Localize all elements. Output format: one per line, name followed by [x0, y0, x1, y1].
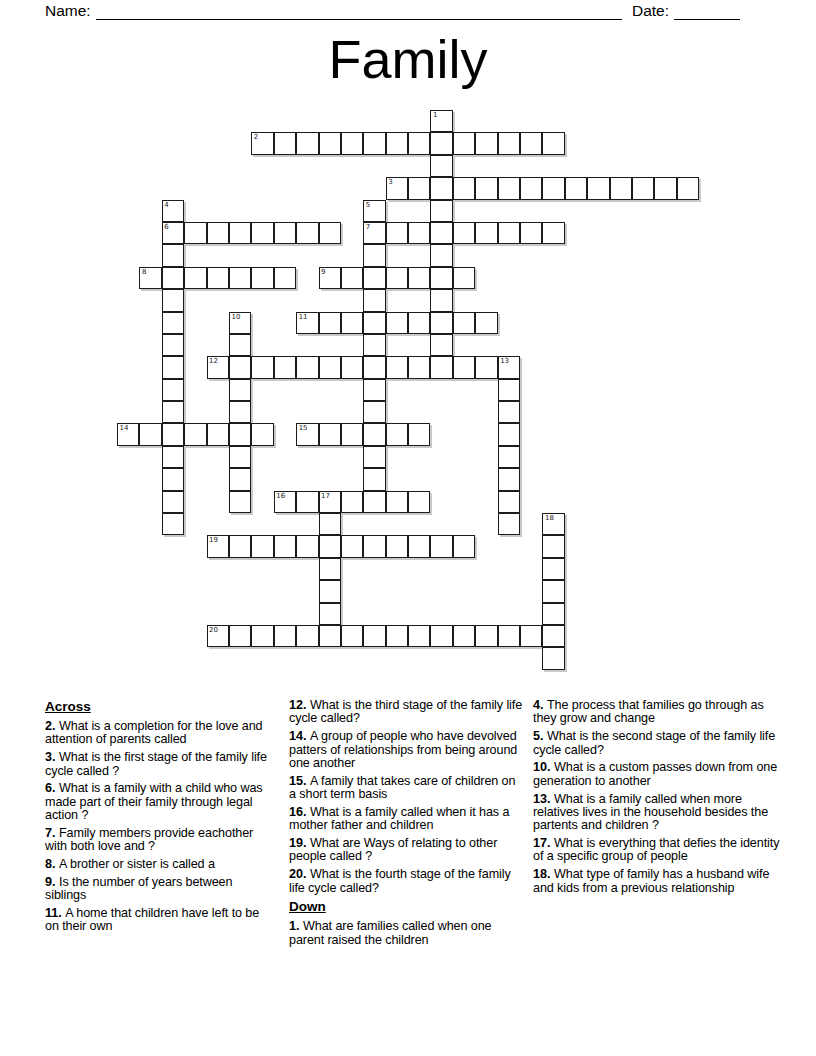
grid-cell: 9	[319, 267, 341, 289]
grid-cell	[587, 177, 609, 199]
grid-cell	[251, 625, 273, 647]
grid-cell	[341, 356, 363, 378]
grid-cell	[363, 491, 385, 513]
grid-cell: 14	[117, 423, 139, 445]
grid-cell	[498, 177, 520, 199]
grid-cell	[453, 535, 475, 557]
grid-cell	[162, 513, 184, 535]
grid-cell	[274, 222, 296, 244]
grid-cell	[162, 468, 184, 490]
grid-cell	[408, 267, 430, 289]
crossword-grid: 1234567891011121314151617181920	[117, 110, 699, 670]
grid-cell	[430, 625, 452, 647]
grid-cell	[319, 132, 341, 154]
grid-cell	[475, 625, 497, 647]
grid-cell	[386, 222, 408, 244]
grid-cell	[162, 491, 184, 513]
grid-cell	[319, 625, 341, 647]
grid-cell	[632, 177, 654, 199]
grid-cell	[408, 423, 430, 445]
grid-cell	[363, 423, 385, 445]
clue-number: 6	[164, 223, 168, 231]
clue-number: 17	[321, 492, 330, 500]
grid-cell	[408, 356, 430, 378]
grid-cell	[475, 312, 497, 334]
clue-number: 16	[276, 492, 285, 500]
grid-cell	[184, 222, 206, 244]
clue-number: 15	[299, 424, 308, 432]
grid-cell	[363, 334, 385, 356]
grid-cell	[498, 468, 520, 490]
grid-cell	[363, 401, 385, 423]
grid-cell	[251, 535, 273, 557]
grid-cell	[296, 132, 318, 154]
clue-number: 11	[299, 313, 308, 321]
clue-number: 7	[366, 223, 370, 231]
grid-cell	[296, 222, 318, 244]
grid-cell	[430, 132, 452, 154]
grid-cell	[162, 312, 184, 334]
grid-cell: 6	[162, 222, 184, 244]
clue-column-3: 4. The process that families go through …	[533, 699, 780, 952]
grid-cell	[229, 535, 251, 557]
grid-cell	[319, 513, 341, 535]
grid-cell	[498, 222, 520, 244]
grid-cell: 11	[296, 312, 318, 334]
grid-cell	[386, 312, 408, 334]
clue-number: 2	[254, 133, 258, 141]
grid-cell	[274, 356, 296, 378]
grid-cell	[386, 625, 408, 647]
grid-cell	[341, 312, 363, 334]
grid-cell	[453, 356, 475, 378]
clue-number: 14	[120, 424, 129, 432]
grid-cell	[319, 222, 341, 244]
grid-cell	[363, 379, 385, 401]
grid-cell	[408, 222, 430, 244]
grid-cell	[319, 535, 341, 557]
grid-cell	[498, 379, 520, 401]
grid-cell	[453, 222, 475, 244]
grid-cell	[319, 580, 341, 602]
clue-number: 9	[321, 268, 325, 276]
grid-cell	[296, 535, 318, 557]
grid-cell	[430, 155, 452, 177]
grid-cell	[430, 535, 452, 557]
worksheet-header: Name: Date:	[45, 2, 740, 20]
grid-cell	[296, 625, 318, 647]
grid-cell	[319, 312, 341, 334]
grid-cell	[408, 312, 430, 334]
clue-number: 3	[388, 178, 392, 186]
grid-cell	[251, 222, 273, 244]
grid-cell	[341, 535, 363, 557]
grid-cell	[229, 446, 251, 468]
grid-cell	[542, 222, 564, 244]
grid-cell	[542, 647, 564, 669]
across-clue-8: 8. A brother or sister is called a	[45, 858, 275, 871]
grid-cell	[498, 513, 520, 535]
grid-cell	[453, 625, 475, 647]
grid-cell	[520, 625, 542, 647]
grid-cell	[386, 423, 408, 445]
grid-cell	[363, 132, 385, 154]
grid-cell	[386, 535, 408, 557]
grid-cell: 1	[430, 110, 452, 132]
grid-cell	[207, 267, 229, 289]
grid-cell	[475, 132, 497, 154]
across-clue-16: 16. What is a family called when it has …	[289, 806, 523, 833]
grid-cell	[229, 491, 251, 513]
clue-column-1: Across 2. What is a completion for the l…	[45, 699, 289, 952]
grid-cell	[408, 177, 430, 199]
clue-number: 10	[231, 313, 240, 321]
grid-cell	[319, 423, 341, 445]
grid-cell: 17	[319, 491, 341, 513]
grid-cell	[498, 423, 520, 445]
grid-cell	[341, 423, 363, 445]
down-clue-1: 1. What are families called when one par…	[289, 920, 523, 947]
grid-cell	[139, 423, 161, 445]
across-clue-9: 9. Is the number of years between siblin…	[45, 876, 275, 903]
grid-cell	[363, 468, 385, 490]
across-clue-11: 11. A home that children have left to be…	[45, 907, 275, 934]
name-label: Name:	[45, 2, 91, 20]
grid-cell: 8	[139, 267, 161, 289]
grid-cell	[542, 580, 564, 602]
grid-cell	[319, 603, 341, 625]
grid-cell	[408, 535, 430, 557]
grid-cell	[453, 177, 475, 199]
grid-cell	[229, 625, 251, 647]
grid-cell: 20	[207, 625, 229, 647]
across-clue-3: 3. What is the first stage of the family…	[45, 751, 275, 778]
grid-cell	[453, 312, 475, 334]
grid-cell	[341, 132, 363, 154]
clue-column-2: 12. What is the third stage of the famil…	[289, 699, 533, 952]
clue-number: 13	[500, 357, 509, 365]
grid-cell	[430, 244, 452, 266]
across-clue-12: 12. What is the third stage of the famil…	[289, 699, 523, 726]
grid-cell	[520, 132, 542, 154]
across-clue-14: 14. A group of people who have devolved …	[289, 730, 523, 770]
grid-cell	[274, 535, 296, 557]
grid-cell: 15	[296, 423, 318, 445]
grid-cell	[251, 356, 273, 378]
grid-cell	[274, 625, 296, 647]
grid-cell	[542, 177, 564, 199]
grid-cell: 4	[162, 200, 184, 222]
grid-cell: 12	[207, 356, 229, 378]
down-clue-4: 4. The process that families go through …	[533, 699, 780, 726]
grid-cell: 7	[363, 222, 385, 244]
grid-cell	[654, 177, 676, 199]
grid-cell	[498, 132, 520, 154]
date-label: Date:	[632, 2, 669, 20]
down-clue-5: 5. What is the second stage of the famil…	[533, 730, 780, 757]
grid-cell	[363, 312, 385, 334]
grid-cell	[363, 535, 385, 557]
grid-cell	[430, 177, 452, 199]
grid-cell	[430, 289, 452, 311]
grid-cell	[162, 401, 184, 423]
grid-cell	[251, 423, 273, 445]
grid-cell	[408, 491, 430, 513]
grid-cell	[542, 603, 564, 625]
grid-cell	[162, 267, 184, 289]
grid-cell: 2	[251, 132, 273, 154]
grid-cell	[162, 379, 184, 401]
grid-cell	[430, 356, 452, 378]
grid-cell	[610, 177, 632, 199]
grid-cell	[475, 177, 497, 199]
grid-cell	[341, 625, 363, 647]
across-clue-2: 2. What is a completion for the love and…	[45, 720, 275, 747]
grid-cell: 10	[229, 312, 251, 334]
grid-cell	[386, 491, 408, 513]
grid-cell	[408, 132, 430, 154]
grid-cell: 16	[274, 491, 296, 513]
grid-cell	[475, 356, 497, 378]
across-clue-7: 7. Family members provide eachother with…	[45, 827, 275, 854]
across-clue-6: 6. What is a family with a child who was…	[45, 782, 275, 822]
grid-cell	[274, 267, 296, 289]
grid-cell	[520, 177, 542, 199]
grid-cell	[229, 401, 251, 423]
grid-cell	[386, 132, 408, 154]
grid-cell	[430, 200, 452, 222]
grid-cell	[341, 491, 363, 513]
date-blank-line	[674, 4, 740, 20]
grid-cell	[319, 356, 341, 378]
grid-cell	[162, 423, 184, 445]
grid-cell	[430, 267, 452, 289]
grid-cell	[162, 356, 184, 378]
grid-cell	[453, 267, 475, 289]
down-clue-17: 17. What is everything that defies the i…	[533, 837, 780, 864]
across-clue-20: 20. What is the fourth stage of the fami…	[289, 868, 523, 895]
grid-cell	[386, 267, 408, 289]
grid-cell	[677, 177, 699, 199]
grid-cell	[363, 446, 385, 468]
grid-cell	[498, 491, 520, 513]
grid-cell	[162, 334, 184, 356]
grid-cell: 18	[542, 513, 564, 535]
down-header: Down	[289, 899, 523, 914]
grid-cell	[430, 334, 452, 356]
down-clue-13: 13. What is a family called when more re…	[533, 793, 780, 833]
grid-cell	[520, 222, 542, 244]
grid-cell	[430, 222, 452, 244]
grid-cell	[498, 446, 520, 468]
clue-number: 4	[164, 201, 168, 209]
grid-cell: 13	[498, 356, 520, 378]
grid-cell	[542, 535, 564, 557]
grid-cell	[430, 312, 452, 334]
clue-number: 8	[142, 268, 146, 276]
grid-cell: 3	[386, 177, 408, 199]
grid-cell: 5	[363, 200, 385, 222]
grid-cell	[363, 244, 385, 266]
clue-number: 12	[209, 357, 218, 365]
grid-cell	[229, 267, 251, 289]
grid-cell	[498, 401, 520, 423]
grid-cell	[408, 625, 430, 647]
grid-cell	[565, 177, 587, 199]
grid-cell	[475, 222, 497, 244]
grid-cell	[229, 468, 251, 490]
down-clue-10: 10. What is a custom passes down from on…	[533, 761, 780, 788]
grid-cell	[162, 244, 184, 266]
clue-number: 18	[545, 514, 554, 522]
across-header: Across	[45, 699, 275, 714]
grid-cell	[386, 356, 408, 378]
grid-cell	[542, 132, 564, 154]
down-clue-18: 18. What type of family has a husband wi…	[533, 868, 780, 895]
grid-cell: 19	[207, 535, 229, 557]
clue-number: 1	[433, 111, 437, 119]
clue-number: 20	[209, 626, 218, 634]
across-clue-19: 19. What are Ways of relating to other p…	[289, 837, 523, 864]
grid-cell	[341, 267, 363, 289]
clue-area: Across 2. What is a completion for the l…	[45, 699, 780, 952]
puzzle-title: Family	[0, 28, 816, 90]
grid-cell	[184, 267, 206, 289]
grid-cell	[229, 334, 251, 356]
grid-cell	[363, 625, 385, 647]
grid-cell	[251, 267, 273, 289]
grid-cell	[542, 558, 564, 580]
grid-cell	[207, 423, 229, 445]
grid-cell	[296, 491, 318, 513]
grid-cell	[162, 446, 184, 468]
grid-cell	[162, 289, 184, 311]
grid-cell	[363, 267, 385, 289]
grid-cell	[296, 356, 318, 378]
grid-cell	[229, 379, 251, 401]
clue-number: 5	[366, 201, 370, 209]
grid-cell	[498, 625, 520, 647]
grid-cell	[184, 423, 206, 445]
grid-cell	[229, 222, 251, 244]
grid-cell	[229, 356, 251, 378]
grid-cell	[453, 132, 475, 154]
grid-cell	[229, 423, 251, 445]
grid-cell	[363, 356, 385, 378]
grid-cell	[319, 558, 341, 580]
grid-cell	[363, 289, 385, 311]
grid-cell	[274, 132, 296, 154]
grid-cell	[542, 625, 564, 647]
clue-number: 19	[209, 536, 218, 544]
grid-cell	[207, 222, 229, 244]
name-blank-line	[96, 4, 622, 20]
across-clue-15: 15. A family that takes care of children…	[289, 775, 523, 802]
